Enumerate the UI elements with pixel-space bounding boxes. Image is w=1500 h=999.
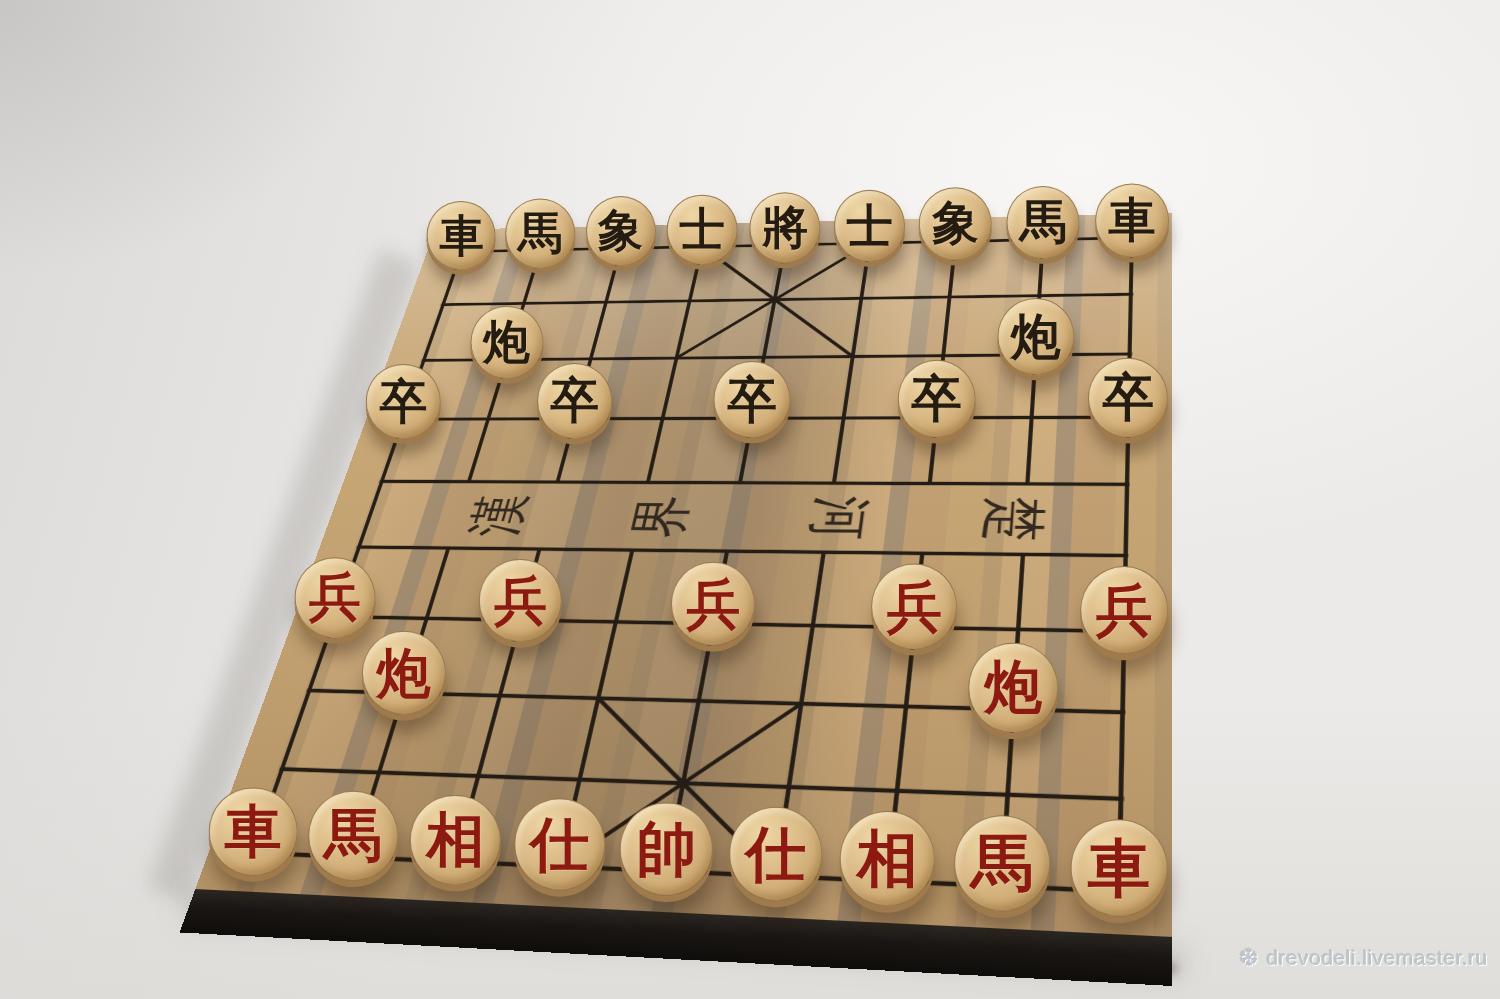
piece-black-general: 將: [749, 192, 820, 263]
piece-black-soldier: 卒: [366, 364, 440, 438]
piece-black-elephant: 象: [919, 188, 992, 261]
piece-red-horse: 馬: [308, 791, 398, 881]
piece-black-advisor: 士: [834, 190, 906, 262]
piece-red-soldier: 兵: [871, 564, 957, 650]
piece-red-general: 帥: [620, 803, 713, 896]
piece-red-advisor: 仕: [729, 807, 823, 901]
photo-scene: 漢 界 河 楚 車馬象士將士象馬車炮炮卒卒卒卒卒兵兵兵兵兵炮炮車馬相仕帥仕相馬車…: [0, 0, 1500, 999]
piece-black-advisor: 士: [667, 194, 738, 265]
piece-black-cannon: 炮: [470, 306, 543, 379]
piece-black-soldier: 卒: [1088, 358, 1168, 438]
piece-red-cannon: 炮: [362, 631, 446, 715]
piece-red-soldier: 兵: [671, 561, 755, 645]
piece-black-elephant: 象: [585, 196, 655, 266]
piece-red-chariot: 車: [209, 787, 298, 876]
piece-red-soldier: 兵: [479, 559, 562, 642]
piece-black-chariot: 車: [1095, 183, 1169, 257]
piece-red-soldier: 兵: [294, 557, 375, 638]
piece-black-horse: 馬: [1006, 186, 1079, 259]
piece-black-soldier: 卒: [537, 363, 613, 439]
piece-black-soldier: 卒: [897, 360, 976, 439]
piece-red-advisor: 仕: [514, 799, 606, 891]
piece-black-horse: 馬: [506, 199, 576, 269]
piece-red-soldier: 兵: [1080, 567, 1168, 655]
piece-red-horse: 馬: [954, 815, 1050, 911]
piece-black-cannon: 炮: [997, 298, 1074, 375]
watermark-text: drevodeli.livemaster.ru: [1266, 946, 1488, 970]
pieces-layer: 車馬象士將士象馬車炮炮卒卒卒卒卒兵兵兵兵兵炮炮車馬相仕帥仕相馬車: [0, 0, 1500, 999]
snowflake-icon: ❆: [1239, 944, 1260, 972]
piece-red-chariot: 車: [1071, 820, 1168, 917]
watermark: ❆ drevodeli.livemaster.ru: [1239, 944, 1488, 972]
piece-black-soldier: 卒: [714, 361, 791, 438]
piece-red-elephant: 相: [410, 795, 501, 886]
piece-red-cannon: 炮: [968, 643, 1058, 733]
piece-black-chariot: 車: [427, 201, 496, 270]
piece-red-elephant: 相: [840, 811, 935, 906]
